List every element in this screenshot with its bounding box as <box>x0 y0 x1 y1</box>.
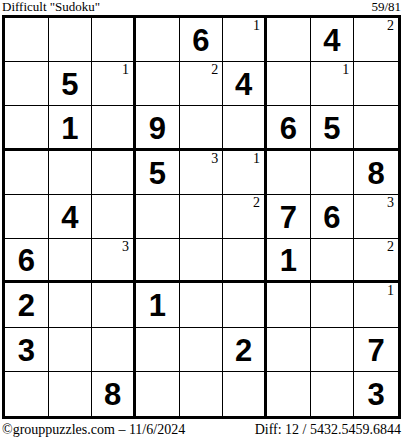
corner-mark: 1 <box>387 283 394 299</box>
cell-r3c6[interactable] <box>223 106 267 150</box>
cell-r2c4[interactable] <box>136 62 180 106</box>
given-digit: 5 <box>323 111 340 144</box>
corner-mark: 1 <box>122 62 129 78</box>
given-digit: 8 <box>368 156 385 189</box>
given-digit: 4 <box>323 23 340 56</box>
cell-r9c1[interactable] <box>5 372 49 416</box>
given-digit: 3 <box>18 333 35 366</box>
cell-r8c1: 3 <box>5 328 49 372</box>
cell-r6c9[interactable]: 2 <box>354 239 398 283</box>
header: Difficult "Sudoku" 59/81 <box>0 0 403 14</box>
cell-r1c6[interactable]: 1 <box>223 18 267 62</box>
given-digit: 6 <box>323 200 340 233</box>
given-digit: 7 <box>368 333 385 366</box>
cell-r2c5[interactable]: 2 <box>180 62 224 106</box>
given-digit: 4 <box>61 200 78 233</box>
given-digit: 3 <box>368 377 385 410</box>
cell-r7c2[interactable] <box>49 283 93 327</box>
cell-r4c6[interactable]: 1 <box>223 151 267 195</box>
cell-r5c8: 6 <box>311 195 355 239</box>
given-digit: 5 <box>61 67 78 100</box>
cell-r3c3[interactable] <box>92 106 136 150</box>
copyright-text: ©grouppuzzles.com – 11/6/2024 <box>2 423 185 437</box>
corner-mark: 3 <box>387 195 394 211</box>
cell-r2c9[interactable] <box>354 62 398 106</box>
cell-r2c7[interactable] <box>267 62 311 106</box>
cell-r6c5[interactable] <box>180 239 224 283</box>
empty-cells-counter: 59/81 <box>371 0 401 13</box>
cell-r5c1[interactable] <box>5 195 49 239</box>
cell-r6c3[interactable]: 3 <box>92 239 136 283</box>
cell-r7c1: 2 <box>5 283 49 327</box>
cell-r3c8: 5 <box>311 106 355 150</box>
cell-r1c5: 6 <box>180 18 224 62</box>
cell-r3c9[interactable] <box>354 106 398 150</box>
cell-r9c4[interactable] <box>136 372 180 416</box>
corner-mark: 1 <box>253 18 260 34</box>
cell-r1c2[interactable] <box>49 18 93 62</box>
corner-mark: 2 <box>211 62 218 78</box>
cell-r4c9: 8 <box>354 151 398 195</box>
cell-r4c4: 5 <box>136 151 180 195</box>
cell-r2c8[interactable]: 1 <box>311 62 355 106</box>
cell-r1c9[interactable]: 2 <box>354 18 398 62</box>
cell-r4c7[interactable] <box>267 151 311 195</box>
cell-r3c4: 9 <box>136 106 180 150</box>
corner-mark: 3 <box>211 151 218 167</box>
footer: ©grouppuzzles.com – 11/6/2024 Diff: 12 /… <box>0 423 403 437</box>
given-digit: 2 <box>235 333 252 366</box>
corner-mark: 1 <box>342 62 349 78</box>
given-digit: 8 <box>104 377 121 410</box>
cell-r3c2: 1 <box>49 106 93 150</box>
given-digit: 2 <box>18 288 35 321</box>
cell-r4c8[interactable] <box>311 151 355 195</box>
given-digit: 5 <box>149 156 166 189</box>
given-digit: 1 <box>61 111 78 144</box>
cell-r1c8: 4 <box>311 18 355 62</box>
cell-r3c1[interactable] <box>5 106 49 150</box>
cell-r3c7: 6 <box>267 106 311 150</box>
cell-r4c3[interactable] <box>92 151 136 195</box>
cell-r5c5[interactable] <box>180 195 224 239</box>
cell-r9c2[interactable] <box>49 372 93 416</box>
cell-r6c6[interactable] <box>223 239 267 283</box>
cell-r7c7[interactable] <box>267 283 311 327</box>
cell-r7c4: 1 <box>136 283 180 327</box>
difficulty-text: Diff: 12 / 5432.5459.6844 <box>255 423 401 437</box>
cell-r8c8[interactable] <box>311 328 355 372</box>
cell-r2c3[interactable]: 1 <box>92 62 136 106</box>
given-digit: 6 <box>280 111 297 144</box>
cell-r7c6[interactable] <box>223 283 267 327</box>
corner-mark: 2 <box>387 18 394 34</box>
cell-r9c6[interactable] <box>223 372 267 416</box>
cell-r8c3[interactable] <box>92 328 136 372</box>
cell-r5c6[interactable]: 2 <box>223 195 267 239</box>
cell-r4c5[interactable]: 3 <box>180 151 224 195</box>
corner-mark: 3 <box>122 239 129 255</box>
given-digit: 6 <box>18 243 35 276</box>
given-digit: 7 <box>280 200 297 233</box>
cell-r8c9: 7 <box>354 328 398 372</box>
sudoku-grid: 6142512411965531842763631221132783 <box>2 15 401 419</box>
cell-r8c5[interactable] <box>180 328 224 372</box>
cell-r2c2: 5 <box>49 62 93 106</box>
cell-r7c3[interactable] <box>92 283 136 327</box>
cell-r2c1[interactable] <box>5 62 49 106</box>
cell-r4c1[interactable] <box>5 151 49 195</box>
cell-r1c7[interactable] <box>267 18 311 62</box>
cell-r9c9: 3 <box>354 372 398 416</box>
corner-mark: 2 <box>253 195 260 211</box>
cell-r5c9[interactable]: 3 <box>354 195 398 239</box>
cell-r1c3[interactable] <box>92 18 136 62</box>
given-digit: 1 <box>149 288 166 321</box>
cell-r7c9[interactable]: 1 <box>354 283 398 327</box>
cell-r6c1: 6 <box>5 239 49 283</box>
cell-r6c8[interactable] <box>311 239 355 283</box>
cell-r8c7[interactable] <box>267 328 311 372</box>
given-digit: 4 <box>235 67 252 100</box>
cell-r9c5[interactable] <box>180 372 224 416</box>
cell-r9c7[interactable] <box>267 372 311 416</box>
cell-r8c4[interactable] <box>136 328 180 372</box>
cell-r4c2[interactable] <box>49 151 93 195</box>
cell-r5c4[interactable] <box>136 195 180 239</box>
cell-r8c2[interactable] <box>49 328 93 372</box>
cell-r7c8[interactable] <box>311 283 355 327</box>
cell-r3c5[interactable] <box>180 106 224 150</box>
cell-r5c7: 7 <box>267 195 311 239</box>
given-digit: 6 <box>192 23 209 56</box>
cell-r9c8[interactable] <box>311 372 355 416</box>
page-title: Difficult "Sudoku" <box>2 0 100 13</box>
given-digit: 1 <box>280 243 297 276</box>
cell-r5c3[interactable] <box>92 195 136 239</box>
corner-mark: 1 <box>253 151 260 167</box>
cell-r9c3: 8 <box>92 372 136 416</box>
cell-r2c6: 4 <box>223 62 267 106</box>
cell-r6c7: 1 <box>267 239 311 283</box>
given-digit: 9 <box>149 111 166 144</box>
cell-r6c2[interactable] <box>49 239 93 283</box>
cell-r1c1[interactable] <box>5 18 49 62</box>
cell-r7c5[interactable] <box>180 283 224 327</box>
cell-r8c6: 2 <box>223 328 267 372</box>
corner-mark: 2 <box>387 239 394 255</box>
sudoku-page: Difficult "Sudoku" 59/81 614251241196553… <box>0 0 403 437</box>
cell-r6c4[interactable] <box>136 239 180 283</box>
cell-r5c2: 4 <box>49 195 93 239</box>
cell-r1c4[interactable] <box>136 18 180 62</box>
